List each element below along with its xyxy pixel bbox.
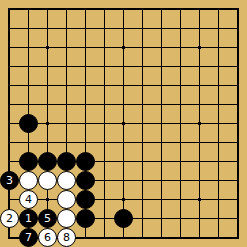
black-stone	[19, 114, 38, 133]
intersection[interactable]	[76, 38, 95, 57]
intersection[interactable]	[19, 171, 38, 190]
intersection[interactable]	[228, 19, 247, 38]
intersection[interactable]	[171, 190, 190, 209]
star-point	[46, 122, 49, 125]
intersection[interactable]	[76, 19, 95, 38]
intersection[interactable]	[76, 152, 95, 171]
move-number: 5	[44, 213, 51, 224]
intersection[interactable]	[152, 133, 171, 152]
intersection[interactable]	[190, 209, 209, 228]
white-stone: 8	[57, 228, 76, 247]
intersection[interactable]	[0, 57, 19, 76]
intersection[interactable]	[76, 95, 95, 114]
move-number: 3	[6, 175, 13, 186]
intersection[interactable]	[209, 152, 228, 171]
goban: 34215768	[0, 0, 247, 247]
intersection[interactable]	[38, 57, 57, 76]
intersection[interactable]	[95, 95, 114, 114]
intersection[interactable]	[57, 171, 76, 190]
intersection[interactable]	[114, 76, 133, 95]
intersection[interactable]	[57, 114, 76, 133]
intersection[interactable]	[190, 38, 209, 57]
intersection[interactable]	[209, 76, 228, 95]
intersection[interactable]	[57, 95, 76, 114]
intersection[interactable]	[133, 171, 152, 190]
black-stone: 3	[0, 171, 19, 190]
intersection[interactable]	[114, 190, 133, 209]
intersection[interactable]	[228, 95, 247, 114]
intersection[interactable]	[190, 133, 209, 152]
intersection[interactable]	[152, 76, 171, 95]
intersection[interactable]	[95, 152, 114, 171]
intersection[interactable]	[57, 209, 76, 228]
intersection[interactable]	[38, 0, 57, 19]
intersection[interactable]	[0, 190, 19, 209]
black-stone	[114, 209, 133, 228]
white-stone	[57, 190, 76, 209]
intersection[interactable]	[114, 171, 133, 190]
star-point	[198, 122, 201, 125]
intersection[interactable]	[152, 114, 171, 133]
white-stone	[57, 209, 76, 228]
intersection[interactable]	[190, 76, 209, 95]
intersection[interactable]	[38, 133, 57, 152]
intersection[interactable]: 1	[19, 209, 38, 228]
intersection[interactable]	[228, 209, 247, 228]
intersection[interactable]	[152, 209, 171, 228]
star-point	[198, 46, 201, 49]
intersection[interactable]	[209, 38, 228, 57]
intersection[interactable]	[171, 114, 190, 133]
intersection[interactable]	[76, 114, 95, 133]
intersection[interactable]	[133, 38, 152, 57]
intersection[interactable]	[133, 228, 152, 247]
intersection[interactable]	[171, 76, 190, 95]
intersection[interactable]	[133, 19, 152, 38]
intersection[interactable]	[209, 95, 228, 114]
black-stone	[76, 171, 95, 190]
intersection[interactable]	[228, 57, 247, 76]
move-number: 7	[25, 232, 32, 243]
white-stone: 2	[0, 209, 19, 228]
intersection[interactable]	[190, 152, 209, 171]
intersection[interactable]	[171, 209, 190, 228]
intersection[interactable]	[76, 133, 95, 152]
intersection[interactable]	[171, 152, 190, 171]
intersection[interactable]	[95, 171, 114, 190]
intersection[interactable]: 4	[19, 190, 38, 209]
intersection[interactable]	[95, 133, 114, 152]
intersection[interactable]	[190, 57, 209, 76]
star-point	[122, 122, 125, 125]
intersection[interactable]	[76, 171, 95, 190]
intersection[interactable]	[0, 95, 19, 114]
intersection[interactable]	[228, 190, 247, 209]
intersection[interactable]	[19, 95, 38, 114]
intersection[interactable]	[57, 38, 76, 57]
star-point	[122, 46, 125, 49]
intersection[interactable]	[114, 152, 133, 171]
intersection[interactable]	[0, 0, 19, 19]
intersection[interactable]	[57, 133, 76, 152]
intersection[interactable]: 5	[38, 209, 57, 228]
intersection[interactable]: 6	[38, 228, 57, 247]
intersection[interactable]	[171, 228, 190, 247]
intersection[interactable]	[114, 228, 133, 247]
intersection[interactable]	[0, 152, 19, 171]
intersection[interactable]	[19, 19, 38, 38]
intersection[interactable]	[209, 114, 228, 133]
move-number: 4	[25, 194, 32, 205]
black-stone	[76, 190, 95, 209]
intersection[interactable]	[171, 0, 190, 19]
intersection[interactable]	[114, 95, 133, 114]
intersection[interactable]	[209, 171, 228, 190]
intersection[interactable]	[76, 57, 95, 76]
intersection[interactable]	[76, 228, 95, 247]
intersection[interactable]	[190, 95, 209, 114]
intersection[interactable]	[209, 228, 228, 247]
intersection[interactable]	[209, 57, 228, 76]
intersection[interactable]	[209, 0, 228, 19]
intersection[interactable]	[152, 19, 171, 38]
intersection[interactable]	[171, 57, 190, 76]
intersection[interactable]	[114, 133, 133, 152]
intersection[interactable]	[0, 38, 19, 57]
intersection[interactable]	[209, 133, 228, 152]
intersection[interactable]	[95, 228, 114, 247]
intersection[interactable]	[190, 190, 209, 209]
black-stone	[76, 209, 95, 228]
intersection[interactable]	[152, 38, 171, 57]
intersection[interactable]	[133, 152, 152, 171]
intersection[interactable]	[152, 171, 171, 190]
intersection[interactable]	[209, 19, 228, 38]
intersection[interactable]	[152, 152, 171, 171]
star-point	[198, 198, 201, 201]
intersection[interactable]	[228, 171, 247, 190]
intersection[interactable]	[114, 114, 133, 133]
star-point	[46, 46, 49, 49]
intersection[interactable]	[171, 171, 190, 190]
intersection[interactable]	[57, 57, 76, 76]
move-number: 2	[6, 213, 13, 224]
intersection[interactable]	[19, 76, 38, 95]
intersection[interactable]	[95, 190, 114, 209]
black-stone	[76, 152, 95, 171]
black-stone	[57, 152, 76, 171]
intersection[interactable]	[228, 133, 247, 152]
intersection[interactable]	[19, 0, 38, 19]
intersection[interactable]	[133, 133, 152, 152]
intersection[interactable]	[171, 19, 190, 38]
intersection[interactable]: 3	[0, 171, 19, 190]
intersection[interactable]	[133, 95, 152, 114]
intersection[interactable]	[152, 57, 171, 76]
star-point	[122, 198, 125, 201]
intersection[interactable]	[76, 209, 95, 228]
intersection[interactable]	[190, 228, 209, 247]
intersection[interactable]: 8	[57, 228, 76, 247]
intersection[interactable]	[209, 209, 228, 228]
intersection[interactable]	[19, 114, 38, 133]
intersection[interactable]	[38, 95, 57, 114]
white-stone	[19, 171, 38, 190]
intersection[interactable]	[152, 0, 171, 19]
intersection[interactable]	[38, 171, 57, 190]
intersection[interactable]	[57, 152, 76, 171]
move-number: 1	[25, 213, 32, 224]
intersection[interactable]	[190, 0, 209, 19]
intersection[interactable]	[133, 57, 152, 76]
intersection[interactable]	[133, 190, 152, 209]
intersection[interactable]	[228, 114, 247, 133]
intersection[interactable]: 2	[0, 209, 19, 228]
intersection[interactable]	[114, 209, 133, 228]
intersection[interactable]	[95, 57, 114, 76]
black-stone: 1	[19, 209, 38, 228]
intersection[interactable]	[171, 133, 190, 152]
intersection[interactable]	[57, 76, 76, 95]
intersection[interactable]	[57, 19, 76, 38]
white-stone	[57, 171, 76, 190]
intersection[interactable]	[114, 19, 133, 38]
board-grid: 34215768	[0, 0, 247, 247]
intersection[interactable]	[171, 38, 190, 57]
black-stone	[38, 152, 57, 171]
intersection[interactable]	[0, 228, 19, 247]
intersection[interactable]	[171, 95, 190, 114]
intersection[interactable]	[228, 228, 247, 247]
intersection[interactable]	[19, 38, 38, 57]
intersection[interactable]	[228, 38, 247, 57]
intersection[interactable]	[0, 114, 19, 133]
intersection[interactable]	[114, 57, 133, 76]
intersection[interactable]: 7	[19, 228, 38, 247]
intersection[interactable]	[190, 171, 209, 190]
intersection[interactable]	[57, 190, 76, 209]
intersection[interactable]	[228, 76, 247, 95]
intersection[interactable]	[38, 38, 57, 57]
intersection[interactable]	[228, 152, 247, 171]
white-stone: 4	[19, 190, 38, 209]
intersection[interactable]	[19, 133, 38, 152]
intersection[interactable]	[114, 0, 133, 19]
white-stone: 6	[38, 228, 57, 247]
intersection[interactable]	[133, 76, 152, 95]
move-number: 8	[63, 232, 70, 243]
intersection[interactable]	[133, 209, 152, 228]
black-stone: 5	[38, 209, 57, 228]
intersection[interactable]	[95, 76, 114, 95]
intersection[interactable]	[95, 19, 114, 38]
intersection[interactable]	[228, 0, 247, 19]
intersection[interactable]	[95, 114, 114, 133]
intersection[interactable]	[114, 38, 133, 57]
intersection[interactable]	[95, 209, 114, 228]
intersection[interactable]	[0, 133, 19, 152]
intersection[interactable]	[76, 190, 95, 209]
intersection[interactable]	[133, 0, 152, 19]
intersection[interactable]	[209, 190, 228, 209]
intersection[interactable]	[0, 19, 19, 38]
intersection[interactable]	[152, 228, 171, 247]
intersection[interactable]	[57, 0, 76, 19]
intersection[interactable]	[95, 0, 114, 19]
intersection[interactable]	[190, 19, 209, 38]
intersection[interactable]	[19, 57, 38, 76]
intersection[interactable]	[38, 152, 57, 171]
intersection[interactable]	[76, 76, 95, 95]
intersection[interactable]	[38, 76, 57, 95]
intersection[interactable]	[133, 114, 152, 133]
intersection[interactable]	[0, 76, 19, 95]
intersection[interactable]	[76, 0, 95, 19]
black-stone	[19, 152, 38, 171]
move-number: 6	[44, 232, 51, 243]
intersection[interactable]	[38, 114, 57, 133]
intersection[interactable]	[38, 19, 57, 38]
intersection[interactable]	[190, 114, 209, 133]
intersection[interactable]	[38, 190, 57, 209]
intersection[interactable]	[19, 152, 38, 171]
white-stone	[38, 171, 57, 190]
black-stone: 7	[19, 228, 38, 247]
intersection[interactable]	[152, 95, 171, 114]
intersection[interactable]	[152, 190, 171, 209]
intersection[interactable]	[95, 38, 114, 57]
star-point	[46, 198, 49, 201]
